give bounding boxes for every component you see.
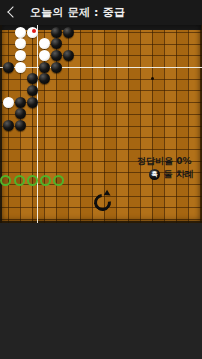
green-circle-marker	[0, 175, 11, 186]
white-stone	[3, 97, 14, 108]
black-stone	[39, 62, 50, 73]
black-stone	[27, 73, 38, 84]
crosshair-vertical-line	[37, 25, 38, 223]
black-stone	[51, 27, 62, 38]
green-circle-marker	[53, 175, 64, 186]
black-stone	[15, 108, 26, 119]
white-stone	[15, 50, 26, 61]
refresh-button[interactable]	[92, 191, 116, 215]
turn-label: 둘 차례	[164, 168, 194, 181]
accuracy-label: 정답비율 0%	[137, 155, 191, 168]
black-stone	[51, 38, 62, 49]
black-stone-icon: 흑	[149, 169, 160, 180]
black-stone	[63, 50, 74, 61]
black-stone	[51, 50, 62, 61]
white-stone	[15, 27, 26, 38]
black-stone	[39, 73, 50, 84]
board-left-edge	[0, 25, 2, 223]
black-stone	[27, 97, 38, 108]
black-stone	[3, 62, 14, 73]
app-screen: 오늘의 문제 : 중급 정답비율 0% 흑 둘 차례	[0, 0, 202, 359]
black-stone	[15, 120, 26, 131]
header: 오늘의 문제 : 중급	[0, 0, 202, 25]
black-stone	[27, 85, 38, 96]
green-circle-marker	[14, 175, 25, 186]
star-point	[151, 77, 154, 80]
board-right-edge	[201, 25, 202, 223]
empty-lower-panel	[0, 223, 202, 359]
turn-indicator: 흑 둘 차례	[149, 168, 194, 180]
white-stone	[15, 62, 26, 73]
black-stone	[15, 97, 26, 108]
black-stone	[51, 62, 62, 73]
back-button[interactable]	[0, 0, 24, 25]
white-stone	[39, 38, 50, 49]
page-title: 오늘의 문제 : 중급	[30, 5, 125, 20]
black-stone	[63, 27, 74, 38]
black-stone	[3, 120, 14, 131]
white-stone	[15, 38, 26, 49]
white-stone	[39, 50, 50, 61]
back-chevron-icon	[7, 6, 18, 17]
go-board[interactable]: 정답비율 0% 흑 둘 차례	[0, 25, 202, 223]
green-circle-marker	[40, 175, 51, 186]
green-circle-marker	[27, 175, 38, 186]
crosshair-horizontal-line	[0, 67, 202, 68]
